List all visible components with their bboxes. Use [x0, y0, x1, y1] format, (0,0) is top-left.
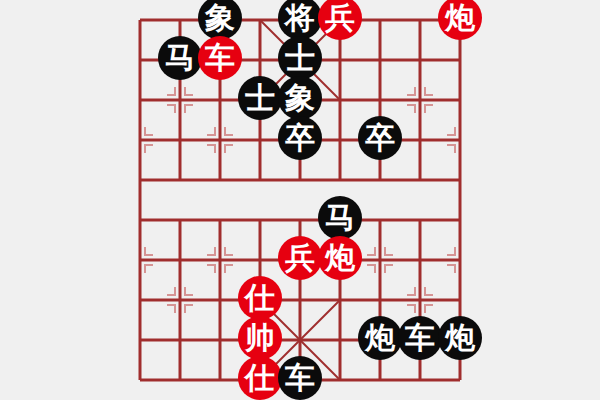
piece-red-cannon[interactable]: 炮 — [438, 0, 482, 40]
piece-black-elephant[interactable]: 象 — [198, 0, 242, 40]
piece-red-pawn[interactable]: 兵 — [318, 0, 362, 40]
piece-black-general[interactable]: 将 — [278, 0, 322, 40]
xiangqi-board[interactable]: 象将兵炮马车士士象卒卒马兵炮仕帅炮车炮仕车 — [120, 0, 480, 400]
piece-black-chariot[interactable]: 车 — [398, 316, 442, 360]
piece-black-cannon[interactable]: 炮 — [358, 316, 402, 360]
piece-red-advisor[interactable]: 仕 — [238, 356, 282, 400]
piece-black-advisor[interactable]: 士 — [278, 36, 322, 80]
xiangqi-game-screen: 象将兵炮马车士士象卒卒马兵炮仕帅炮车炮仕车 — [0, 0, 600, 400]
piece-red-cannon[interactable]: 炮 — [318, 236, 362, 280]
piece-black-cannon[interactable]: 炮 — [438, 316, 482, 360]
piece-black-advisor[interactable]: 士 — [238, 76, 282, 120]
piece-black-horse[interactable]: 马 — [318, 196, 362, 240]
piece-black-chariot[interactable]: 车 — [278, 356, 322, 400]
piece-red-pawn[interactable]: 兵 — [278, 236, 322, 280]
piece-red-chariot[interactable]: 车 — [198, 36, 242, 80]
piece-red-general[interactable]: 帅 — [238, 316, 282, 360]
piece-black-horse[interactable]: 马 — [158, 36, 202, 80]
piece-red-advisor[interactable]: 仕 — [238, 276, 282, 320]
piece-black-pawn[interactable]: 卒 — [278, 116, 322, 160]
piece-black-elephant[interactable]: 象 — [278, 76, 322, 120]
piece-black-pawn[interactable]: 卒 — [358, 116, 402, 160]
